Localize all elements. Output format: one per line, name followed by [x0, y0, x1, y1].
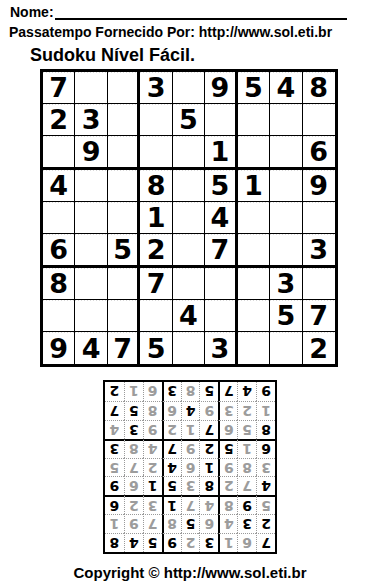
- solution-cell: 8: [199, 476, 218, 495]
- puzzle-cell: 5: [140, 332, 172, 364]
- puzzle-cell: [303, 268, 335, 300]
- puzzle-cell: [205, 300, 237, 332]
- solution-cell: 8: [162, 514, 181, 533]
- solution-cell: 6: [256, 439, 275, 458]
- puzzle-cell: 9: [205, 72, 237, 104]
- solution-cell: 1: [181, 420, 200, 439]
- puzzle-cell: [303, 104, 335, 136]
- puzzle-cell: [173, 72, 205, 104]
- puzzle-cell: 1: [140, 202, 172, 234]
- solution-cell: 1: [218, 533, 237, 552]
- puzzle-cell: 5: [238, 72, 270, 104]
- solution-cell: 1: [237, 439, 256, 458]
- puzzle-cell: 3: [140, 72, 172, 104]
- puzzle-cell: 6: [43, 234, 75, 268]
- solution-cell: 2: [181, 533, 200, 552]
- puzzle-cell: 8: [43, 268, 75, 300]
- solution-cell: 8: [124, 439, 143, 458]
- puzzle-cell: 3: [303, 234, 335, 268]
- puzzle-cell: 6: [303, 136, 335, 170]
- puzzle-cell: [173, 202, 205, 234]
- puzzle-cell: 3: [75, 104, 107, 136]
- solution-cell: 6: [162, 401, 181, 420]
- solution-cell: 8: [237, 458, 256, 477]
- solution-cell: 5: [124, 401, 143, 420]
- puzzle-cell: [270, 234, 302, 268]
- solution-cell: 8: [256, 420, 275, 439]
- puzzle-cell: [75, 300, 107, 332]
- solution-cell: 1: [143, 476, 162, 495]
- page-title: Sudoku Nível Fácil.: [30, 45, 380, 65]
- puzzle-cell: 3: [205, 332, 237, 364]
- puzzle-cell: 4: [270, 72, 302, 104]
- puzzle-cell: [270, 104, 302, 136]
- solution-cell: 7: [143, 514, 162, 533]
- puzzle-cell: [43, 300, 75, 332]
- solution-cell: 5: [181, 514, 200, 533]
- solution-cell: 8: [181, 382, 200, 401]
- solution-cell: 3: [105, 439, 124, 458]
- solution-cell: 5: [199, 382, 218, 401]
- puzzle-cell: 1: [238, 170, 270, 202]
- puzzle-cell: [43, 136, 75, 170]
- puzzle-cell: 7: [205, 234, 237, 268]
- solution-cell: 4: [143, 439, 162, 458]
- puzzle-cell: [108, 170, 140, 202]
- puzzle-cell: [108, 72, 140, 104]
- solution-cell: 2: [218, 476, 237, 495]
- sudoku-solution-grid-rotated: 7613295482346587915984713264728351693891…: [103, 380, 277, 554]
- solution-cell: 5: [162, 476, 181, 495]
- solution-cell: 3: [199, 533, 218, 552]
- puzzle-cell: [270, 202, 302, 234]
- puzzle-cell: [205, 104, 237, 136]
- puzzle-cell: [238, 332, 270, 364]
- puzzle-cell: [173, 332, 205, 364]
- solution-cell: 2: [162, 420, 181, 439]
- puzzle-cell: [140, 136, 172, 170]
- solution-cell: 3: [143, 495, 162, 514]
- puzzle-cell: 2: [140, 234, 172, 268]
- solution-cell: 5: [143, 533, 162, 552]
- solution-cell: 2: [199, 439, 218, 458]
- puzzle-cell: 4: [173, 300, 205, 332]
- puzzle-cell: 9: [303, 170, 335, 202]
- solution-cell: 9: [124, 514, 143, 533]
- solution-cell: 4: [199, 495, 218, 514]
- puzzle-cell: [173, 268, 205, 300]
- solution-cell: 9: [143, 420, 162, 439]
- solution-cell: 4: [181, 401, 200, 420]
- puzzle-cell: [173, 234, 205, 268]
- solution-cell: 9: [218, 458, 237, 477]
- puzzle-cell: [140, 104, 172, 136]
- puzzle-cell: 8: [303, 72, 335, 104]
- solution-cell: 5: [256, 495, 275, 514]
- solution-cell: 7: [256, 533, 275, 552]
- solution-cell: 3: [162, 382, 181, 401]
- solution-cell: 4: [162, 458, 181, 477]
- solution-cell: 7: [181, 495, 200, 514]
- solution-cell: 6: [143, 382, 162, 401]
- solution-cell: 4: [105, 420, 124, 439]
- puzzle-cell: 9: [75, 136, 107, 170]
- solution-cell: 1: [124, 382, 143, 401]
- puzzle-cell: 2: [43, 104, 75, 136]
- solution-cell: 2: [105, 382, 124, 401]
- puzzle-cell: 9: [43, 332, 75, 364]
- puzzle-cell: 2: [303, 332, 335, 364]
- puzzle-cell: 1: [205, 136, 237, 170]
- puzzle-cell: [108, 136, 140, 170]
- solution-cell: 4: [124, 533, 143, 552]
- puzzle-cell: [238, 136, 270, 170]
- puzzle-cell: 5: [270, 300, 302, 332]
- puzzle-cell: [173, 136, 205, 170]
- solution-cell: 2: [237, 401, 256, 420]
- solution-cell: 6: [181, 458, 200, 477]
- sudoku-puzzle-grid: 739548235916485191465273873457947532: [40, 69, 338, 367]
- solution-cell: 8: [105, 533, 124, 552]
- solution-cell: 9: [181, 439, 200, 458]
- puzzle-cell: 5: [173, 104, 205, 136]
- puzzle-cell: [108, 268, 140, 300]
- solution-cell: 3: [256, 458, 275, 477]
- solution-cell: 5: [218, 439, 237, 458]
- solution-cell: 9: [162, 533, 181, 552]
- puzzle-cell: [238, 234, 270, 268]
- solution-cell: 6: [105, 495, 124, 514]
- solution-cell: 3: [237, 514, 256, 533]
- name-fill-line: [55, 5, 347, 20]
- puzzle-cell: [75, 268, 107, 300]
- name-row: Nome:: [10, 5, 347, 20]
- solution-cell: 6: [218, 420, 237, 439]
- solution-cell: 4: [218, 514, 237, 533]
- puzzle-cell: 4: [75, 332, 107, 364]
- puzzle-cell: [205, 268, 237, 300]
- puzzle-cell: 7: [108, 332, 140, 364]
- puzzle-cell: [75, 170, 107, 202]
- solution-cell: 8: [143, 401, 162, 420]
- solution-cell: 1: [256, 401, 275, 420]
- solution-cell: 9: [256, 382, 275, 401]
- puzzle-cell: [140, 300, 172, 332]
- puzzle-cell: 8: [140, 170, 172, 202]
- puzzle-cell: [238, 300, 270, 332]
- solution-cell: 1: [105, 514, 124, 533]
- solution-cell: 4: [256, 476, 275, 495]
- puzzle-cell: [238, 268, 270, 300]
- solution-cell: 2: [143, 458, 162, 477]
- puzzle-cell: [75, 72, 107, 104]
- solution-cell: 1: [162, 495, 181, 514]
- puzzle-cell: [75, 234, 107, 268]
- puzzle-cell: 7: [303, 300, 335, 332]
- puzzle-cell: 7: [43, 72, 75, 104]
- solution-cell: 5: [105, 458, 124, 477]
- solution-cell: 3: [181, 476, 200, 495]
- solution-cell: 8: [218, 495, 237, 514]
- provided-by-text: Passatempo Fornecido Por: http://www.sol…: [9, 25, 374, 40]
- solution-cell: 7: [199, 420, 218, 439]
- solution-cell: 3: [218, 401, 237, 420]
- puzzle-cell: 4: [43, 170, 75, 202]
- puzzle-cell: 5: [108, 234, 140, 268]
- puzzle-cell: [173, 170, 205, 202]
- solution-cell: 6: [237, 533, 256, 552]
- solution-cell: 2: [124, 495, 143, 514]
- solution-cell: 7: [105, 401, 124, 420]
- solution-cell: 4: [237, 382, 256, 401]
- puzzle-cell: [303, 202, 335, 234]
- solution-cell: 1: [199, 458, 218, 477]
- puzzle-cell: [108, 104, 140, 136]
- puzzle-cell: 3: [270, 268, 302, 300]
- solution-cell: 7: [124, 458, 143, 477]
- solution-cell: 2: [256, 514, 275, 533]
- solution-cell: 3: [124, 420, 143, 439]
- puzzle-cell: [270, 332, 302, 364]
- puzzle-cell: [270, 170, 302, 202]
- solution-cell: 7: [237, 476, 256, 495]
- puzzle-cell: [108, 300, 140, 332]
- puzzle-cell: 7: [140, 268, 172, 300]
- solution-cell: 7: [162, 439, 181, 458]
- puzzle-cell: 4: [205, 202, 237, 234]
- puzzle-cell: [108, 202, 140, 234]
- puzzle-cell: [270, 136, 302, 170]
- solution-cell: 9: [105, 476, 124, 495]
- solution-cell: 7: [218, 382, 237, 401]
- solution-cell: 9: [199, 401, 218, 420]
- copyright-text: Copyright © http://www.sol.eti.br: [0, 564, 380, 581]
- solution-cell: 9: [237, 495, 256, 514]
- puzzle-cell: [43, 202, 75, 234]
- puzzle-cell: 5: [205, 170, 237, 202]
- puzzle-cell: [238, 202, 270, 234]
- solution-cell: 5: [237, 420, 256, 439]
- solution-cell: 6: [124, 476, 143, 495]
- puzzle-cell: [238, 104, 270, 136]
- puzzle-cell: [75, 202, 107, 234]
- solution-cell: 6: [199, 514, 218, 533]
- name-label: Nome:: [10, 5, 54, 20]
- solution-grid-wrapper: 7613295482346587915984713264728351693891…: [0, 380, 380, 554]
